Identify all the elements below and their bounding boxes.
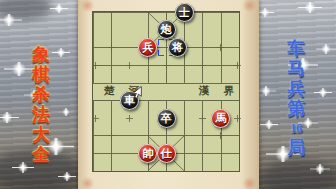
black-cannon[interactable]: 炮 [157, 20, 176, 39]
river: 楚河 漢界 [93, 83, 239, 101]
series-title-banner: 象 棋 杀 法 大 全 [30, 46, 52, 164]
puzzle-title-banner: 车 马 兵 第 16 局 [285, 40, 307, 157]
star-point-marker [92, 62, 99, 69]
corner-ornament-icon [242, 176, 257, 189]
banner-number: 16 [290, 120, 302, 137]
banner-char: 马 [287, 60, 305, 78]
banner-char: 杀 [32, 86, 50, 104]
banner-char: 车 [287, 40, 305, 58]
star-point-marker [199, 115, 206, 122]
star-point-marker [163, 62, 170, 69]
banner-char: 全 [32, 146, 50, 164]
black-general[interactable]: 将 [168, 38, 187, 57]
banner-char: 兵 [287, 80, 305, 98]
black-soldier[interactable]: 卒 [157, 109, 176, 128]
star-point-marker [126, 62, 133, 69]
banner-char: 法 [32, 106, 50, 124]
banner-char: 局 [287, 139, 305, 157]
mouse-cursor-icon [131, 86, 142, 99]
black-advisor[interactable]: 士 [175, 3, 194, 22]
star-point-marker [108, 44, 115, 51]
river-label-right: 漢界 [199, 84, 248, 98]
star-point-marker [199, 62, 206, 69]
star-point-marker [234, 115, 241, 122]
star-point-marker [217, 132, 224, 139]
star-point-marker [217, 44, 224, 51]
red-horse[interactable]: 馬 [211, 109, 230, 128]
video-frame: 楚河 漢界 士炮兵将車卒馬帥仕 象 棋 杀 法 大 全 车 马 兵 第 16 局 [0, 0, 336, 189]
red-soldier[interactable]: 兵 [138, 38, 157, 57]
banner-char: 第 [287, 100, 305, 118]
banner-char: 大 [32, 126, 50, 144]
star-point-marker [126, 115, 133, 122]
star-point-marker [108, 132, 115, 139]
star-point-marker [234, 62, 241, 69]
red-advisor[interactable]: 仕 [157, 144, 176, 163]
banner-char: 象 [32, 46, 50, 64]
dark-water-patch [260, 160, 336, 189]
corner-ornament-icon [80, 176, 95, 189]
corner-ornament-icon [242, 0, 257, 13]
star-point-marker [92, 115, 99, 122]
red-general[interactable]: 帥 [138, 144, 157, 163]
board-field[interactable]: 楚河 漢界 士炮兵将車卒馬帥仕 [92, 11, 240, 172]
banner-char: 棋 [32, 66, 50, 84]
